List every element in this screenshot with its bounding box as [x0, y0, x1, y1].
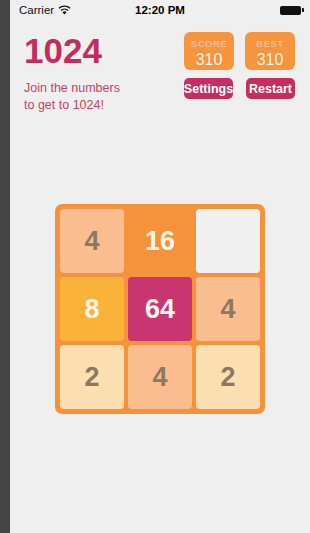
app-screen: 12:20 PM Carrier 1024 Join the numbers t…	[10, 0, 310, 533]
tile-8-r2c1: 8	[60, 277, 124, 341]
game-board[interactable]: 4168644242	[55, 204, 265, 414]
score-box: SCORE 310	[184, 32, 234, 70]
settings-button[interactable]: Settings	[184, 78, 233, 99]
subtitle: Join the numbers to get to 1024!	[24, 80, 120, 114]
best-value: 310	[245, 51, 295, 69]
battery-icon	[280, 6, 301, 15]
page-title: 1024	[24, 33, 120, 68]
tile-4-r3c2: 4	[128, 345, 192, 409]
best-label: BEST	[245, 32, 295, 49]
subtitle-line-2: to get to 1024!	[24, 97, 120, 114]
subtitle-line-1: Join the numbers	[24, 80, 120, 97]
tile-2-r3c1: 2	[60, 345, 124, 409]
header: 1024 Join the numbers to get to 1024! SC…	[10, 20, 310, 114]
restart-button[interactable]: Restart	[246, 78, 295, 99]
score-label: SCORE	[184, 32, 234, 49]
status-bar: 12:20 PM Carrier	[10, 0, 310, 20]
score-value: 310	[184, 51, 234, 69]
carrier-label: Carrier	[19, 4, 54, 16]
tile-4-r2c3: 4	[196, 277, 260, 341]
tile-64-r2c2: 64	[128, 277, 192, 341]
best-box: BEST 310	[245, 32, 295, 70]
empty-cell-r1c3	[196, 209, 260, 273]
wifi-icon	[58, 5, 71, 15]
tile-2-r3c3: 2	[196, 345, 260, 409]
tile-16-r1c2: 16	[128, 209, 192, 273]
tile-4-r1c1: 4	[60, 209, 124, 273]
